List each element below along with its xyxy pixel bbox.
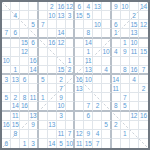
cell-r6c1[interactable] <box>2 48 11 57</box>
cell-r1c2[interactable] <box>11 2 20 11</box>
cell-r8c8[interactable]: 2 <box>66 66 75 75</box>
cell-r12c5[interactable] <box>39 102 48 111</box>
cell-r15c1[interactable] <box>2 130 11 139</box>
cell-r16c3[interactable]: 1 <box>20 139 29 148</box>
cell-r3c3[interactable] <box>20 20 29 29</box>
cell-r11c11[interactable] <box>93 93 102 102</box>
cell-r7c3[interactable] <box>20 57 29 66</box>
cell-r10c12[interactable] <box>102 84 111 93</box>
cell-r9c12[interactable] <box>102 75 111 84</box>
cell-r14c6[interactable]: 13 <box>48 121 57 130</box>
cell-r2c15[interactable]: 2 <box>130 11 139 20</box>
cell-r9c6[interactable] <box>48 75 57 84</box>
cell-r1c13[interactable]: 9 <box>112 2 121 11</box>
cell-r5c1[interactable] <box>2 39 11 48</box>
cell-r10c1[interactable] <box>2 84 11 93</box>
cell-r10c8[interactable] <box>66 84 75 93</box>
cell-r5c12[interactable] <box>102 39 111 48</box>
cell-r2c14[interactable] <box>121 11 130 20</box>
cell-r8c12[interactable]: 4 <box>102 66 111 75</box>
cell-r11c8[interactable] <box>66 93 75 102</box>
cell-r10c14[interactable] <box>121 84 130 93</box>
cell-r12c9[interactable] <box>75 102 84 111</box>
cell-r9c10[interactable]: 10 <box>84 75 93 84</box>
cell-r11c15[interactable] <box>130 93 139 102</box>
cell-r4c13[interactable]: 1 <box>112 29 121 38</box>
cell-r8c3[interactable] <box>20 66 29 75</box>
cell-r12c11[interactable]: 2 <box>93 102 102 111</box>
cell-r1c6[interactable]: 2 <box>48 2 57 11</box>
cell-r4c1[interactable]: 7 <box>2 29 11 38</box>
cell-r15c3[interactable] <box>20 130 29 139</box>
cell-r3c10[interactable] <box>84 20 93 29</box>
cell-r11c9[interactable] <box>75 93 84 102</box>
cell-r13c3[interactable] <box>20 112 29 121</box>
cell-r6c9[interactable] <box>75 48 84 57</box>
cell-r8c13[interactable] <box>112 66 121 75</box>
cell-r2c4[interactable] <box>29 11 38 20</box>
cell-r2c5[interactable] <box>39 11 48 20</box>
cell-r11c5[interactable]: 1 <box>39 93 48 102</box>
cell-r15c10[interactable]: 9 <box>84 130 93 139</box>
cell-r14c15[interactable] <box>130 121 139 130</box>
cell-r5c10[interactable]: 14 <box>84 39 93 48</box>
cell-r6c4[interactable] <box>29 48 38 57</box>
cell-r3c16[interactable]: 12 <box>139 20 148 29</box>
cell-r14c8[interactable] <box>66 121 75 130</box>
cell-r7c5[interactable] <box>39 57 48 66</box>
cell-r10c4[interactable] <box>29 84 38 93</box>
cell-r9c9[interactable]: 16 <box>75 75 84 84</box>
cell-r12c7[interactable]: 10 <box>57 102 66 111</box>
cell-r5c6[interactable]: 16 <box>48 39 57 48</box>
cell-r14c1[interactable]: 16 <box>2 121 11 130</box>
cell-r2c3[interactable] <box>20 11 29 20</box>
cell-r6c3[interactable]: 12 <box>20 48 29 57</box>
cell-r16c10[interactable]: 15 <box>84 139 93 148</box>
cell-r9c2[interactable]: 13 <box>11 75 20 84</box>
cell-r16c13[interactable] <box>112 139 121 148</box>
cell-r14c4[interactable]: 9 <box>29 121 38 130</box>
cell-r5c9[interactable] <box>75 39 84 48</box>
cell-r11c16[interactable] <box>139 93 148 102</box>
cell-r7c9[interactable] <box>75 57 84 66</box>
cell-r14c12[interactable]: 5 <box>102 121 111 130</box>
cell-r6c12[interactable]: 10 <box>102 48 111 57</box>
cell-r4c10[interactable]: 8 <box>84 29 93 38</box>
sudoku-board: 2161264139101441013315525710615127614811… <box>0 0 150 150</box>
cell-r16c1[interactable]: 6 <box>2 139 11 148</box>
cell-r9c4[interactable] <box>29 75 38 84</box>
cell-r5c4[interactable]: 6 <box>29 39 38 48</box>
cell-r5c11[interactable] <box>93 39 102 48</box>
cell-r1c12[interactable] <box>102 2 111 11</box>
cell-r9c16[interactable] <box>139 75 148 84</box>
cell-r4c5[interactable] <box>39 29 48 38</box>
cell-r8c10[interactable]: 13 <box>84 66 93 75</box>
cell-r8c9[interactable] <box>75 66 84 75</box>
cell-r12c3[interactable]: 16 <box>20 102 29 111</box>
cell-r5c5[interactable] <box>39 39 48 48</box>
cell-r16c7[interactable]: 5 <box>57 139 66 148</box>
cell-r3c4[interactable]: 5 <box>29 20 38 29</box>
cell-r9c8[interactable] <box>66 75 75 84</box>
cell-r2c1[interactable] <box>2 11 11 20</box>
cell-r10c11[interactable] <box>93 84 102 93</box>
cell-r4c3[interactable] <box>20 29 29 38</box>
cell-r12c1[interactable] <box>2 102 11 111</box>
cell-r1c9[interactable]: 6 <box>75 2 84 11</box>
cell-r6c6[interactable] <box>48 48 57 57</box>
cell-r8c1[interactable] <box>2 66 11 75</box>
cell-r13c15[interactable]: 12 <box>130 112 139 121</box>
cell-r14c13[interactable]: 2 <box>112 121 121 130</box>
cell-r8c5[interactable] <box>39 66 48 75</box>
cell-r13c5[interactable] <box>39 112 48 121</box>
cell-r12c6[interactable] <box>48 102 57 111</box>
cell-r8c15[interactable]: 16 <box>130 66 139 75</box>
cell-r16c6[interactable]: 14 <box>48 139 57 148</box>
cell-r5c3[interactable]: 15 <box>20 39 29 48</box>
cell-r10c9[interactable]: 13 <box>75 84 84 93</box>
cell-r9c13[interactable]: 14 <box>112 75 121 84</box>
cell-r7c6[interactable] <box>48 57 57 66</box>
cell-r13c10[interactable]: 6 <box>84 112 93 121</box>
cell-r7c14[interactable] <box>121 57 130 66</box>
cell-r7c7[interactable] <box>57 57 66 66</box>
cell-r5c13[interactable] <box>112 39 121 48</box>
cell-r3c13[interactable]: 6 <box>112 20 121 29</box>
cell-r2c7[interactable]: 13 <box>57 11 66 20</box>
sudoku-grid: 2161264139101441013315525710615127614811… <box>2 2 148 148</box>
cell-r14c10[interactable] <box>84 121 93 130</box>
cell-r13c6[interactable] <box>48 112 57 121</box>
cell-r13c14[interactable] <box>121 112 130 121</box>
cell-r7c16[interactable] <box>139 57 148 66</box>
cell-r11c3[interactable]: 8 <box>20 93 29 102</box>
cell-r2c2[interactable]: 4 <box>11 11 20 20</box>
cell-r4c6[interactable] <box>48 29 57 38</box>
cell-r7c2[interactable] <box>11 57 20 66</box>
cell-r15c11[interactable]: 4 <box>93 130 102 139</box>
cell-r16c15[interactable] <box>130 139 139 148</box>
cell-r7c13[interactable] <box>112 57 121 66</box>
cell-r9c7[interactable]: 2 <box>57 75 66 84</box>
cell-r3c15[interactable]: 15 <box>130 20 139 29</box>
cell-r10c6[interactable] <box>48 84 57 93</box>
cell-r10c10[interactable] <box>84 84 93 93</box>
cell-r7c12[interactable] <box>102 57 111 66</box>
cell-r6c11[interactable] <box>93 48 102 57</box>
cell-r12c16[interactable] <box>139 102 148 111</box>
cell-r10c7[interactable]: 7 <box>57 84 66 93</box>
cell-r11c14[interactable]: 7 <box>121 93 130 102</box>
cell-r13c1[interactable] <box>2 112 11 121</box>
cell-r2c10[interactable]: 5 <box>84 11 93 20</box>
cell-r1c3[interactable] <box>20 2 29 11</box>
cell-r6c8[interactable] <box>66 48 75 57</box>
cell-r11c12[interactable] <box>102 93 111 102</box>
cell-r10c15[interactable] <box>130 84 139 93</box>
cell-r14c14[interactable] <box>121 121 130 130</box>
cell-r4c11[interactable] <box>93 29 102 38</box>
cell-r8c11[interactable] <box>93 66 102 75</box>
cell-r1c7[interactable]: 16 <box>57 2 66 11</box>
cell-r11c6[interactable] <box>48 93 57 102</box>
cell-r10c13[interactable]: 11 <box>112 84 121 93</box>
cell-r14c7[interactable] <box>57 121 66 130</box>
cell-r5c8[interactable] <box>66 39 75 48</box>
cell-r8c16[interactable]: 7 <box>139 66 148 75</box>
cell-r9c11[interactable] <box>93 75 102 84</box>
cell-r10c5[interactable] <box>39 84 48 93</box>
cell-r11c4[interactable]: 11 <box>29 93 38 102</box>
cell-r3c2[interactable] <box>11 20 20 29</box>
cell-r8c14[interactable]: 8 <box>121 66 130 75</box>
cell-r12c15[interactable] <box>130 102 139 111</box>
cell-r5c14[interactable]: 1 <box>121 39 130 48</box>
cell-r13c16[interactable]: 16 <box>139 112 148 121</box>
cell-r1c11[interactable]: 13 <box>93 2 102 11</box>
cell-r12c10[interactable]: 7 <box>84 102 93 111</box>
cell-r13c8[interactable] <box>66 112 75 121</box>
cell-r9c15[interactable]: 4 <box>130 75 139 84</box>
cell-r12c12[interactable] <box>102 102 111 111</box>
cell-r9c3[interactable]: 6 <box>20 75 29 84</box>
cell-r1c10[interactable]: 4 <box>84 2 93 11</box>
cell-r6c16[interactable]: 15 <box>139 48 148 57</box>
cell-r15c15[interactable] <box>130 130 139 139</box>
cell-r12c4[interactable] <box>29 102 38 111</box>
cell-r3c9[interactable] <box>75 20 84 29</box>
cell-r1c1[interactable] <box>2 2 11 11</box>
cell-r10c16[interactable]: 2 <box>139 84 148 93</box>
cell-r16c5[interactable] <box>39 139 48 148</box>
cell-r4c15[interactable]: 13 <box>130 29 139 38</box>
cell-r3c12[interactable] <box>102 20 111 29</box>
cell-r2c16[interactable] <box>139 11 148 20</box>
cell-r4c12[interactable] <box>102 29 111 38</box>
cell-r13c12[interactable] <box>102 112 111 121</box>
cell-r13c9[interactable] <box>75 112 84 121</box>
cell-r7c4[interactable]: 16 <box>29 57 38 66</box>
cell-r8c4[interactable]: 14 <box>29 66 38 75</box>
cell-r6c14[interactable]: 9 <box>121 48 130 57</box>
cell-r16c9[interactable]: 11 <box>75 139 84 148</box>
cell-r7c8[interactable]: 1 <box>66 57 75 66</box>
cell-r3c8[interactable] <box>66 20 75 29</box>
cell-r6c10[interactable]: 1 <box>84 48 93 57</box>
cell-r6c13[interactable]: 4 <box>112 48 121 57</box>
cell-r9c1[interactable]: 3 <box>2 75 11 84</box>
cell-r16c12[interactable] <box>102 139 111 148</box>
cell-r8c2[interactable]: 1 <box>11 66 20 75</box>
cell-r12c8[interactable] <box>66 102 75 111</box>
cell-r16c2[interactable] <box>11 139 20 148</box>
cell-r4c7[interactable]: 14 <box>57 29 66 38</box>
cell-r15c4[interactable] <box>29 130 38 139</box>
cell-r14c5[interactable] <box>39 121 48 130</box>
cell-r13c7[interactable]: 3 <box>57 112 66 121</box>
cell-r9c14[interactable] <box>121 75 130 84</box>
cell-r12c2[interactable]: 14 <box>11 102 20 111</box>
cell-r16c8[interactable]: 10 <box>66 139 75 148</box>
cell-r12c13[interactable]: 8 <box>112 102 121 111</box>
cell-r3c7[interactable] <box>57 20 66 29</box>
cell-r15c6[interactable] <box>48 130 57 139</box>
cell-r16c11[interactable]: 7 <box>93 139 102 148</box>
cell-r7c1[interactable]: 10 <box>2 57 11 66</box>
cell-r1c15[interactable] <box>130 2 139 11</box>
cell-r15c12[interactable] <box>102 130 111 139</box>
cell-r6c15[interactable]: 11 <box>130 48 139 57</box>
cell-r2c12[interactable] <box>102 11 111 20</box>
cell-r13c13[interactable] <box>112 112 121 121</box>
cell-r14c3[interactable] <box>20 121 29 130</box>
cell-r11c2[interactable]: 2 <box>11 93 20 102</box>
cell-r7c10[interactable]: 11 <box>84 57 93 66</box>
cell-r2c9[interactable]: 15 <box>75 11 84 20</box>
cell-r4c4[interactable] <box>29 29 38 38</box>
cell-r13c4[interactable]: 13 <box>29 112 38 121</box>
cell-r2c13[interactable] <box>112 11 121 20</box>
cell-r5c15[interactable]: 10 <box>130 39 139 48</box>
cell-r1c5[interactable] <box>39 2 48 11</box>
cell-r15c5[interactable] <box>39 130 48 139</box>
cell-r6c5[interactable] <box>39 48 48 57</box>
cell-r2c6[interactable]: 10 <box>48 11 57 20</box>
cell-r13c2[interactable]: 11 <box>11 112 20 121</box>
cell-r14c2[interactable]: 15 <box>11 121 20 130</box>
cell-r11c13[interactable] <box>112 93 121 102</box>
cell-r14c11[interactable] <box>93 121 102 130</box>
cell-r13c11[interactable] <box>93 112 102 121</box>
cell-r16c16[interactable] <box>139 139 148 148</box>
cell-r4c9[interactable] <box>75 29 84 38</box>
cell-r16c4[interactable]: 3 <box>29 139 38 148</box>
cell-r7c15[interactable] <box>130 57 139 66</box>
cell-r3c6[interactable] <box>48 20 57 29</box>
cell-r1c14[interactable]: 10 <box>121 2 130 11</box>
cell-r14c16[interactable] <box>139 121 148 130</box>
cell-r7c11[interactable] <box>93 57 102 66</box>
cell-r8c6[interactable] <box>48 66 57 75</box>
cell-r11c7[interactable]: 9 <box>57 93 66 102</box>
cell-r3c14[interactable] <box>121 20 130 29</box>
cell-r2c8[interactable]: 3 <box>66 11 75 20</box>
cell-r1c8[interactable]: 12 <box>66 2 75 11</box>
cell-r11c1[interactable]: 5 <box>2 93 11 102</box>
cell-r15c14[interactable]: 1 <box>121 130 130 139</box>
cell-r16c14[interactable] <box>121 139 130 148</box>
cell-r3c11[interactable]: 10 <box>93 20 102 29</box>
cell-r15c7[interactable]: 11 <box>57 130 66 139</box>
cell-r15c2[interactable]: 8 <box>11 130 20 139</box>
cell-r4c2[interactable]: 6 <box>11 29 20 38</box>
cell-r14c9[interactable] <box>75 121 84 130</box>
cell-r15c13[interactable] <box>112 130 121 139</box>
cell-r15c8[interactable]: 7 <box>66 130 75 139</box>
cell-r12c14[interactable]: 5 <box>121 102 130 111</box>
cell-r6c2[interactable] <box>11 48 20 57</box>
cell-r11c10[interactable] <box>84 93 93 102</box>
cell-r10c3[interactable] <box>20 84 29 93</box>
cell-r4c8[interactable] <box>66 29 75 38</box>
cell-r10c2[interactable] <box>11 84 20 93</box>
cell-r3c1[interactable] <box>2 20 11 29</box>
cell-r4c14[interactable] <box>121 29 130 38</box>
cell-r6c7[interactable] <box>57 48 66 57</box>
cell-r4c16[interactable] <box>139 29 148 38</box>
cell-r5c16[interactable] <box>139 39 148 48</box>
cell-r1c4[interactable] <box>29 2 38 11</box>
cell-r1c16[interactable]: 14 <box>139 2 148 11</box>
cell-r2c11[interactable] <box>93 11 102 20</box>
cell-r15c9[interactable]: 12 <box>75 130 84 139</box>
cell-r5c2[interactable] <box>11 39 20 48</box>
cell-r9c5[interactable]: 5 <box>39 75 48 84</box>
cell-r5c7[interactable]: 12 <box>57 39 66 48</box>
cell-r8c7[interactable]: 15 <box>57 66 66 75</box>
cell-r15c16[interactable] <box>139 130 148 139</box>
cell-r3c5[interactable]: 7 <box>39 20 48 29</box>
